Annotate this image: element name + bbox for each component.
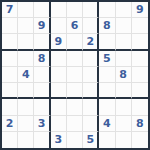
cell-r4c1[interactable] xyxy=(2,51,18,67)
cell-r5c6[interactable] xyxy=(83,67,99,83)
cell-r7c5[interactable] xyxy=(67,99,83,115)
cell-r5c7[interactable] xyxy=(99,67,115,83)
cell-r2c8[interactable] xyxy=(116,18,132,34)
cell-r3c3[interactable] xyxy=(34,34,50,50)
given-digit-r5c8[interactable]: 8 xyxy=(116,67,132,83)
cell-r7c7[interactable] xyxy=(99,99,115,115)
cell-r6c8[interactable] xyxy=(116,83,132,99)
given-digit-r2c5[interactable]: 6 xyxy=(67,18,83,34)
cell-r1c3[interactable] xyxy=(34,2,50,18)
cell-r1c2[interactable] xyxy=(18,2,34,18)
given-digit-r2c7[interactable]: 8 xyxy=(99,18,115,34)
cell-r4c2[interactable] xyxy=(18,51,34,67)
cell-r3c2[interactable] xyxy=(18,34,34,50)
cell-r3c1[interactable] xyxy=(2,34,18,50)
cell-r7c9[interactable] xyxy=(132,99,148,115)
cell-r6c2[interactable] xyxy=(18,83,34,99)
cell-r2c6[interactable] xyxy=(83,18,99,34)
cell-r9c9[interactable] xyxy=(132,132,148,148)
given-digit-r4c3[interactable]: 8 xyxy=(34,51,50,67)
given-digit-r8c1[interactable]: 2 xyxy=(2,116,18,132)
given-digit-r2c3[interactable]: 9 xyxy=(34,18,50,34)
cell-r7c1[interactable] xyxy=(2,99,18,115)
cell-r4c4[interactable] xyxy=(51,51,67,67)
given-digit-r8c7[interactable]: 4 xyxy=(99,116,115,132)
given-digit-r8c3[interactable]: 3 xyxy=(34,116,50,132)
cell-r4c8[interactable] xyxy=(116,51,132,67)
cell-r6c3[interactable] xyxy=(34,83,50,99)
cell-r8c4[interactable] xyxy=(51,116,67,132)
cell-r7c3[interactable] xyxy=(34,99,50,115)
cell-r9c7[interactable] xyxy=(99,132,115,148)
cell-r6c6[interactable] xyxy=(83,83,99,99)
cell-r9c5[interactable] xyxy=(67,132,83,148)
cell-r2c4[interactable] xyxy=(51,18,67,34)
cell-r6c9[interactable] xyxy=(132,83,148,99)
given-digit-r1c9[interactable]: 9 xyxy=(132,2,148,18)
cell-r3c7[interactable] xyxy=(99,34,115,50)
cell-r3c9[interactable] xyxy=(132,34,148,50)
cell-r5c1[interactable] xyxy=(2,67,18,83)
cell-r1c5[interactable] xyxy=(67,2,83,18)
cell-r7c4[interactable] xyxy=(51,99,67,115)
cell-r8c5[interactable] xyxy=(67,116,83,132)
given-digit-r3c6[interactable]: 2 xyxy=(83,34,99,50)
given-digit-r9c6[interactable]: 5 xyxy=(83,132,99,148)
cell-r7c8[interactable] xyxy=(116,99,132,115)
cell-r5c9[interactable] xyxy=(132,67,148,83)
cell-r1c6[interactable] xyxy=(83,2,99,18)
cell-r8c2[interactable] xyxy=(18,116,34,132)
cell-r9c2[interactable] xyxy=(18,132,34,148)
cell-r5c5[interactable] xyxy=(67,67,83,83)
cell-r4c6[interactable] xyxy=(83,51,99,67)
cell-r8c6[interactable] xyxy=(83,116,99,132)
cell-r2c9[interactable] xyxy=(132,18,148,34)
cell-r1c8[interactable] xyxy=(116,2,132,18)
cell-r2c1[interactable] xyxy=(2,18,18,34)
given-digit-r8c9[interactable]: 8 xyxy=(132,116,148,132)
cell-r9c3[interactable] xyxy=(34,132,50,148)
cell-r7c6[interactable] xyxy=(83,99,99,115)
cell-r1c4[interactable] xyxy=(51,2,67,18)
cell-r1c7[interactable] xyxy=(99,2,115,18)
cell-r9c1[interactable] xyxy=(2,132,18,148)
cell-r9c8[interactable] xyxy=(116,132,132,148)
sudoku-board: 79968928548234835 xyxy=(0,0,150,150)
cell-r3c5[interactable] xyxy=(67,34,83,50)
cell-r2c2[interactable] xyxy=(18,18,34,34)
cell-r4c5[interactable] xyxy=(67,51,83,67)
given-digit-r5c2[interactable]: 4 xyxy=(18,67,34,83)
cell-r5c3[interactable] xyxy=(34,67,50,83)
cell-r6c7[interactable] xyxy=(99,83,115,99)
cell-r7c2[interactable] xyxy=(18,99,34,115)
given-digit-r4c7[interactable]: 5 xyxy=(99,51,115,67)
cell-r6c1[interactable] xyxy=(2,83,18,99)
cell-r6c4[interactable] xyxy=(51,83,67,99)
given-digit-r1c1[interactable]: 7 xyxy=(2,2,18,18)
cell-r6c5[interactable] xyxy=(67,83,83,99)
cell-r5c4[interactable] xyxy=(51,67,67,83)
cell-r8c8[interactable] xyxy=(116,116,132,132)
cell-r3c8[interactable] xyxy=(116,34,132,50)
given-digit-r9c4[interactable]: 3 xyxy=(51,132,67,148)
cell-r4c9[interactable] xyxy=(132,51,148,67)
given-digit-r3c4[interactable]: 9 xyxy=(51,34,67,50)
